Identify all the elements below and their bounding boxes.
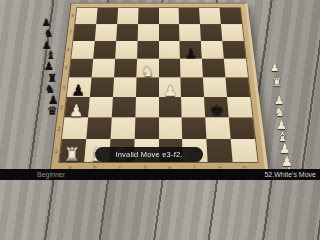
black-pawn[interactable]: ♟ <box>67 83 90 98</box>
board-square[interactable] <box>231 139 258 162</box>
white-pawn[interactable]: ♟ <box>158 83 181 98</box>
board-square[interactable] <box>180 59 203 78</box>
captured-black-knight: ♞ <box>44 29 53 39</box>
board-square[interactable] <box>86 117 111 139</box>
board-square[interactable] <box>181 77 204 97</box>
board-square[interactable] <box>229 117 255 139</box>
captured-white-pawn: ♟ <box>270 62 279 73</box>
board-square[interactable] <box>96 8 118 24</box>
board-square[interactable] <box>182 117 207 139</box>
board-grid: ♟♞♟♟♟♚♜♝♛♚ <box>58 7 258 163</box>
board-square[interactable] <box>222 41 245 59</box>
chess-app: { "game": "chess", "position": { "fen": … <box>0 0 320 180</box>
captured-black-rook: ♜ <box>47 73 57 84</box>
invalid-move-toast: Invalid Move e3-f2. <box>95 147 203 162</box>
captured-white-bishop: ♝ <box>277 131 288 144</box>
board-square[interactable] <box>114 59 137 78</box>
board-square[interactable]: ♟ <box>158 77 181 97</box>
black-king[interactable]: ♚ <box>205 103 229 119</box>
board-square[interactable] <box>205 117 230 139</box>
board-square[interactable] <box>159 8 180 24</box>
board-square[interactable] <box>137 24 158 41</box>
white-pawn[interactable]: ♟ <box>64 103 88 119</box>
board-square[interactable] <box>117 8 138 24</box>
board-square[interactable]: ♚ <box>204 97 229 118</box>
board-square[interactable]: ♟ <box>180 41 202 59</box>
board-square[interactable] <box>137 41 159 59</box>
board-square[interactable] <box>73 24 96 41</box>
board-square[interactable] <box>138 8 159 24</box>
captured-white-pawn: ♟ <box>279 143 291 156</box>
board-square[interactable] <box>199 8 221 24</box>
board-square[interactable] <box>179 24 201 41</box>
board-square[interactable]: ♜ <box>59 139 86 162</box>
board-square[interactable]: ♞ <box>136 59 158 78</box>
board-square[interactable] <box>203 77 227 97</box>
board-square[interactable] <box>200 24 222 41</box>
board-square[interactable] <box>115 41 137 59</box>
captured-white-pawn: ♟ <box>274 95 284 106</box>
captured-white-knight: ♞ <box>274 107 284 119</box>
board-square[interactable] <box>110 117 135 139</box>
board-square[interactable] <box>136 77 159 97</box>
captured-white-pawn: ♟ <box>281 155 293 168</box>
board-square[interactable] <box>91 59 114 78</box>
board-square[interactable] <box>116 24 138 41</box>
board-square[interactable] <box>221 24 244 41</box>
board-square[interactable] <box>224 59 248 78</box>
board-square[interactable] <box>75 8 97 24</box>
white-knight[interactable]: ♞ <box>136 65 158 80</box>
captured-black-pawn: ♟ <box>42 40 51 50</box>
board-square[interactable] <box>113 77 136 97</box>
move-status: 52.White's Move <box>264 171 316 178</box>
board-square[interactable] <box>95 24 117 41</box>
captured-black-bishop: ♝ <box>46 51 56 62</box>
captured-black-knight: ♞ <box>45 84 55 95</box>
board-square[interactable]: ♟ <box>65 97 90 118</box>
board-square[interactable] <box>159 59 181 78</box>
board-square[interactable] <box>88 97 113 118</box>
board-square[interactable] <box>226 77 251 97</box>
board-square[interactable] <box>112 97 136 118</box>
board-square[interactable] <box>71 41 94 59</box>
board-square[interactable] <box>135 97 159 118</box>
board-square[interactable] <box>90 77 114 97</box>
board-square[interactable] <box>159 24 180 41</box>
difficulty-label: Beginner <box>37 171 65 178</box>
board-square[interactable] <box>220 8 242 24</box>
board-square[interactable] <box>181 97 205 118</box>
black-pawn[interactable]: ♟ <box>180 47 202 61</box>
board-square[interactable] <box>134 117 158 139</box>
board-square[interactable] <box>62 117 88 139</box>
board-square[interactable] <box>93 41 116 59</box>
board-square[interactable] <box>69 59 93 78</box>
captured-white-rook: ♜ <box>272 78 282 89</box>
board-square[interactable] <box>179 8 200 24</box>
bottom-bar: Beginner 52.White's Move <box>0 169 320 180</box>
board-square[interactable] <box>202 59 225 78</box>
board-square[interactable] <box>207 139 233 162</box>
board-square[interactable] <box>227 97 252 118</box>
white-rook[interactable]: ♜ <box>59 145 84 164</box>
board-square[interactable]: ♟ <box>67 77 92 97</box>
captured-black-pawn: ♟ <box>44 62 54 73</box>
board-square[interactable] <box>159 41 181 59</box>
board-square[interactable] <box>201 41 224 59</box>
captured-black-pawn: ♟ <box>42 18 51 28</box>
board-square[interactable] <box>158 117 182 139</box>
board-square[interactable] <box>158 97 181 118</box>
captured-white-pawn: ♟ <box>276 119 287 131</box>
